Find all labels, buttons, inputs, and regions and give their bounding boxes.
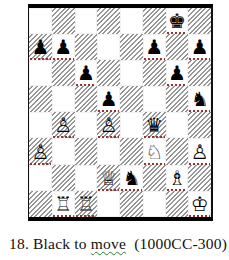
square-e4	[120, 112, 143, 138]
square-f2	[143, 165, 166, 191]
white-pawn-d4: ♙	[100, 115, 118, 135]
square-c4	[75, 112, 98, 138]
square-g2: ♗	[166, 165, 189, 191]
square-f5	[143, 86, 166, 112]
caption-suffix: (1000CC-300)	[126, 235, 227, 252]
square-d1	[97, 191, 120, 217]
square-f1	[143, 191, 166, 217]
square-e7	[120, 34, 143, 60]
square-d2: ♕	[97, 165, 120, 191]
white-pawn-h3: ♙	[191, 142, 209, 162]
square-f4: ♛	[143, 112, 166, 138]
square-c8	[75, 8, 98, 34]
square-e2: ♞	[120, 165, 143, 191]
square-a4	[29, 112, 52, 138]
square-h8	[188, 8, 211, 34]
black-knight-e2: ♞	[122, 168, 140, 188]
black-pawn-d5: ♟	[100, 89, 118, 109]
black-pawn-c6: ♟	[77, 63, 95, 83]
square-h2	[188, 165, 211, 191]
chess-board: ♚♟♟♟♟♟♟♟♞♙♙♛♙♘♙♕♞♗♖♖♔	[29, 8, 211, 217]
square-c3	[75, 138, 98, 164]
square-f8	[143, 8, 166, 34]
square-e3	[120, 138, 143, 164]
black-pawn-f7: ♟	[145, 37, 163, 57]
square-f6	[143, 60, 166, 86]
square-c2	[75, 165, 98, 191]
caption-underlined-word: move	[91, 235, 126, 252]
caption: 18. Black to move (1000CC-300)	[9, 235, 224, 253]
square-g7	[166, 34, 189, 60]
square-b5	[52, 86, 75, 112]
square-g1	[166, 191, 189, 217]
chess-diagram-page: ♚♟♟♟♟♟♟♟♞♙♙♛♙♘♙♕♞♗♖♖♔ 18. Black to move …	[0, 0, 229, 260]
square-g5	[166, 86, 189, 112]
black-knight-h5: ♞	[191, 89, 209, 109]
square-g6: ♟	[166, 60, 189, 86]
square-e6	[120, 60, 143, 86]
square-h5: ♞	[188, 86, 211, 112]
white-queen-d2: ♕	[100, 168, 118, 188]
square-b7: ♟	[52, 34, 75, 60]
square-c6: ♟	[75, 60, 98, 86]
black-king-g8: ♚	[168, 11, 186, 31]
black-queen-f4: ♛	[145, 115, 163, 135]
square-g4	[166, 112, 189, 138]
square-d3	[97, 138, 120, 164]
square-a7: ♟	[29, 34, 52, 60]
square-b4: ♙	[52, 112, 75, 138]
white-pawn-b4: ♙	[54, 115, 72, 135]
square-h4	[188, 112, 211, 138]
black-pawn-h7: ♟	[191, 37, 209, 57]
square-d7	[97, 34, 120, 60]
white-king-h1: ♔	[191, 194, 209, 214]
square-c7	[75, 34, 98, 60]
caption-prefix: 18. Black to	[9, 235, 91, 252]
square-b1: ♖	[52, 191, 75, 217]
square-a2	[29, 165, 52, 191]
square-d6	[97, 60, 120, 86]
square-a6	[29, 60, 52, 86]
square-h6	[188, 60, 211, 86]
square-g8: ♚	[166, 8, 189, 34]
white-pawn-a3: ♙	[31, 142, 49, 162]
square-g3	[166, 138, 189, 164]
square-c5	[75, 86, 98, 112]
white-bishop-g2: ♗	[168, 168, 186, 188]
white-rook-c1: ♖	[77, 194, 95, 214]
black-pawn-a7: ♟	[31, 37, 49, 57]
square-d5: ♟	[97, 86, 120, 112]
square-a3: ♙	[29, 138, 52, 164]
square-e1	[120, 191, 143, 217]
black-pawn-b7: ♟	[54, 37, 72, 57]
square-f3: ♘	[143, 138, 166, 164]
square-a8	[29, 8, 52, 34]
square-a5	[29, 86, 52, 112]
square-a1	[29, 191, 52, 217]
square-h1: ♔	[188, 191, 211, 217]
square-h3: ♙	[188, 138, 211, 164]
square-h7: ♟	[188, 34, 211, 60]
square-f7: ♟	[143, 34, 166, 60]
white-rook-b1: ♖	[54, 194, 72, 214]
square-c1: ♖	[75, 191, 98, 217]
square-d8	[97, 8, 120, 34]
square-b8	[52, 8, 75, 34]
square-e5	[120, 86, 143, 112]
black-pawn-g6: ♟	[168, 63, 186, 83]
board-frame: ♚♟♟♟♟♟♟♟♞♙♙♛♙♘♙♕♞♗♖♖♔	[28, 4, 213, 221]
square-d4: ♙	[97, 112, 120, 138]
white-knight-f3: ♘	[145, 142, 163, 162]
square-b3	[52, 138, 75, 164]
square-b2	[52, 165, 75, 191]
square-e8	[120, 8, 143, 34]
square-b6	[52, 60, 75, 86]
